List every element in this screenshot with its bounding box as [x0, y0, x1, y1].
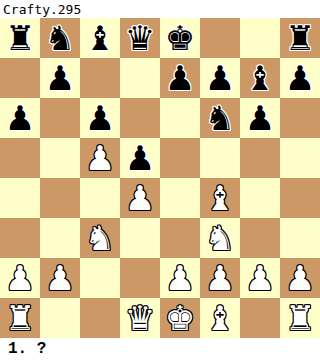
piece-black-pawn: ♟	[245, 98, 275, 138]
square-f2[interactable]: ♟	[200, 258, 240, 298]
square-d1[interactable]: ♛	[120, 298, 160, 338]
move-prompt: 1. ?	[0, 338, 320, 360]
square-e7[interactable]: ♟	[160, 58, 200, 98]
piece-black-pawn: ♟	[165, 58, 195, 98]
piece-white-bishop: ♝	[205, 178, 235, 218]
piece-black-pawn: ♟	[205, 58, 235, 98]
square-g2[interactable]: ♟	[240, 258, 280, 298]
piece-black-king: ♚	[165, 18, 195, 58]
crafty-window: Crafty.295 ♜♞♝♛♚♜♟♟♟♝♟♟♟♞♟♟♟♟♝♞♞♟♟♟♟♟♟♜♛…	[0, 0, 320, 360]
piece-white-pawn: ♟	[85, 138, 115, 178]
piece-white-rook: ♜	[285, 298, 315, 338]
square-b5[interactable]	[40, 138, 80, 178]
square-f8[interactable]	[200, 18, 240, 58]
square-a2[interactable]: ♟	[0, 258, 40, 298]
square-e4[interactable]	[160, 178, 200, 218]
square-a3[interactable]	[0, 218, 40, 258]
square-h5[interactable]	[280, 138, 320, 178]
square-c4[interactable]	[80, 178, 120, 218]
window-title: Crafty.295	[0, 0, 320, 18]
piece-white-bishop: ♝	[205, 298, 235, 338]
piece-black-bishop: ♝	[85, 18, 115, 58]
piece-black-bishop: ♝	[245, 58, 275, 98]
piece-black-pawn: ♟	[285, 58, 315, 98]
square-c3[interactable]: ♞	[80, 218, 120, 258]
square-d2[interactable]	[120, 258, 160, 298]
square-e5[interactable]	[160, 138, 200, 178]
square-g3[interactable]	[240, 218, 280, 258]
square-g7[interactable]: ♝	[240, 58, 280, 98]
square-e3[interactable]	[160, 218, 200, 258]
square-c6[interactable]: ♟	[80, 98, 120, 138]
square-f4[interactable]: ♝	[200, 178, 240, 218]
piece-white-pawn: ♟	[285, 258, 315, 298]
square-a6[interactable]: ♟	[0, 98, 40, 138]
square-a5[interactable]	[0, 138, 40, 178]
piece-white-knight: ♞	[85, 218, 115, 258]
piece-black-knight: ♞	[45, 18, 75, 58]
piece-white-king: ♚	[165, 298, 195, 338]
square-c7[interactable]	[80, 58, 120, 98]
piece-black-pawn: ♟	[5, 98, 35, 138]
square-b3[interactable]	[40, 218, 80, 258]
piece-white-pawn: ♟	[205, 258, 235, 298]
square-h3[interactable]	[280, 218, 320, 258]
square-f6[interactable]: ♞	[200, 98, 240, 138]
square-f7[interactable]: ♟	[200, 58, 240, 98]
square-b7[interactable]: ♟	[40, 58, 80, 98]
piece-white-pawn: ♟	[125, 178, 155, 218]
square-b4[interactable]	[40, 178, 80, 218]
piece-white-pawn: ♟	[245, 258, 275, 298]
piece-black-knight: ♞	[205, 98, 235, 138]
square-e2[interactable]: ♟	[160, 258, 200, 298]
square-d3[interactable]	[120, 218, 160, 258]
square-d8[interactable]: ♛	[120, 18, 160, 58]
square-b8[interactable]: ♞	[40, 18, 80, 58]
piece-white-pawn: ♟	[45, 258, 75, 298]
square-a1[interactable]: ♜	[0, 298, 40, 338]
square-g4[interactable]	[240, 178, 280, 218]
square-h4[interactable]	[280, 178, 320, 218]
square-b2[interactable]: ♟	[40, 258, 80, 298]
square-b1[interactable]	[40, 298, 80, 338]
square-d5[interactable]: ♟	[120, 138, 160, 178]
piece-black-pawn: ♟	[45, 58, 75, 98]
piece-white-pawn: ♟	[165, 258, 195, 298]
square-c8[interactable]: ♝	[80, 18, 120, 58]
square-d7[interactable]	[120, 58, 160, 98]
square-h7[interactable]: ♟	[280, 58, 320, 98]
piece-white-knight: ♞	[205, 218, 235, 258]
piece-black-pawn: ♟	[125, 138, 155, 178]
square-h6[interactable]	[280, 98, 320, 138]
square-e6[interactable]	[160, 98, 200, 138]
square-g8[interactable]	[240, 18, 280, 58]
square-e8[interactable]: ♚	[160, 18, 200, 58]
square-b6[interactable]	[40, 98, 80, 138]
square-c5[interactable]: ♟	[80, 138, 120, 178]
piece-black-rook: ♜	[285, 18, 315, 58]
square-c2[interactable]	[80, 258, 120, 298]
square-d6[interactable]	[120, 98, 160, 138]
piece-black-rook: ♜	[5, 18, 35, 58]
chess-board: ♜♞♝♛♚♜♟♟♟♝♟♟♟♞♟♟♟♟♝♞♞♟♟♟♟♟♟♜♛♚♝♜	[0, 18, 320, 338]
square-h1[interactable]: ♜	[280, 298, 320, 338]
square-h8[interactable]: ♜	[280, 18, 320, 58]
square-g1[interactable]	[240, 298, 280, 338]
square-f1[interactable]: ♝	[200, 298, 240, 338]
piece-white-rook: ♜	[5, 298, 35, 338]
piece-black-pawn: ♟	[85, 98, 115, 138]
square-a8[interactable]: ♜	[0, 18, 40, 58]
square-h2[interactable]: ♟	[280, 258, 320, 298]
square-a4[interactable]	[0, 178, 40, 218]
square-g6[interactable]: ♟	[240, 98, 280, 138]
square-a7[interactable]	[0, 58, 40, 98]
square-g5[interactable]	[240, 138, 280, 178]
square-e1[interactable]: ♚	[160, 298, 200, 338]
piece-white-pawn: ♟	[5, 258, 35, 298]
square-c1[interactable]	[80, 298, 120, 338]
piece-white-queen: ♛	[125, 298, 155, 338]
square-f5[interactable]	[200, 138, 240, 178]
piece-black-queen: ♛	[125, 18, 155, 58]
square-f3[interactable]: ♞	[200, 218, 240, 258]
square-d4[interactable]: ♟	[120, 178, 160, 218]
